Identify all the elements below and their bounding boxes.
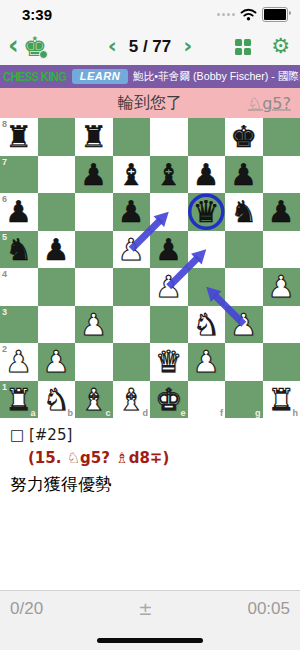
square-f2[interactable]: ♟ bbox=[188, 343, 226, 381]
learn-badge: LEARN bbox=[72, 69, 128, 84]
square-c1[interactable]: c♝ bbox=[75, 381, 113, 419]
puzzle-number: □ [#25] bbox=[10, 426, 290, 444]
piece-white-bishop: ♝ bbox=[113, 381, 151, 419]
square-g7[interactable]: ♟ bbox=[225, 156, 263, 194]
turn-message: 輪到您了 bbox=[118, 93, 182, 114]
square-c2[interactable] bbox=[75, 343, 113, 381]
rank-label-3: 3 bbox=[2, 307, 7, 317]
file-label-d: d bbox=[143, 408, 149, 418]
back-button[interactable]: ‹ bbox=[8, 32, 19, 58]
piece-black-rook: ♜ bbox=[75, 118, 113, 156]
course-title: 鮑比•菲舍爾 (Bobby Fischer) - 國際象棋冠軍 bbox=[133, 69, 300, 84]
piece-white-queen: ♛ bbox=[150, 343, 188, 381]
piece-white-pawn: ♟ bbox=[38, 343, 76, 381]
rank-label-6: 6 bbox=[2, 194, 7, 204]
square-g2[interactable] bbox=[225, 343, 263, 381]
piece-white-pawn: ♟ bbox=[263, 268, 301, 306]
page-indicator: 5 / 77 bbox=[129, 37, 172, 57]
square-f3[interactable]: ♞ bbox=[188, 306, 226, 344]
piece-white-knight: ♞ bbox=[188, 306, 226, 344]
square-a7[interactable]: 7 bbox=[0, 156, 38, 194]
square-b8[interactable] bbox=[38, 118, 76, 156]
rank-label-8: 8 bbox=[2, 119, 7, 129]
square-b6[interactable] bbox=[38, 193, 76, 231]
piece-white-pawn: ♟ bbox=[225, 306, 263, 344]
piece-black-knight: ♞ bbox=[225, 193, 263, 231]
square-b3[interactable] bbox=[38, 306, 76, 344]
chess-board[interactable]: 8♜♜♚7♟♝♝♟♟6♟♟♛♞♟5♞♟♟♟4♟♟3♟♞♟2♟♟♛♟1a♜b♞c♝… bbox=[0, 118, 300, 418]
piece-black-knight: ♞ bbox=[0, 231, 38, 269]
bottom-bar: 0/20 ± 00:05 bbox=[0, 590, 300, 650]
square-c4[interactable] bbox=[75, 268, 113, 306]
square-e4[interactable]: ♟ bbox=[150, 268, 188, 306]
square-g4[interactable] bbox=[225, 268, 263, 306]
evaluation-symbol: ± bbox=[138, 599, 152, 619]
lesson-notes: □ [#25] (15. ♘g5? ♗d8∓) 努力獲得優勢 bbox=[0, 418, 300, 496]
square-b7[interactable] bbox=[38, 156, 76, 194]
status-bar: 3:39 bbox=[0, 0, 300, 28]
square-c6[interactable] bbox=[75, 193, 113, 231]
square-e3[interactable] bbox=[150, 306, 188, 344]
file-label-c: c bbox=[105, 408, 110, 418]
square-h7[interactable] bbox=[263, 156, 301, 194]
square-h2[interactable] bbox=[263, 343, 301, 381]
piece-black-pawn: ♟ bbox=[0, 193, 38, 231]
square-h1[interactable]: h♜ bbox=[263, 381, 301, 419]
square-b4[interactable] bbox=[38, 268, 76, 306]
square-h5[interactable] bbox=[263, 231, 301, 269]
piece-white-knight: ♞ bbox=[38, 381, 76, 419]
square-a8[interactable]: 8♜ bbox=[0, 118, 38, 156]
square-a1[interactable]: 1a♜ bbox=[0, 381, 38, 419]
piece-white-pawn: ♟ bbox=[0, 343, 38, 381]
prev-page-button[interactable]: ‹ bbox=[108, 35, 117, 57]
turn-bar: 輪到您了 ♘g5? bbox=[0, 88, 300, 118]
piece-white-rook: ♜ bbox=[263, 381, 301, 419]
hint-move-link[interactable]: ♘g5? bbox=[248, 94, 291, 113]
file-label-h: h bbox=[293, 408, 299, 418]
square-e2[interactable]: ♛ bbox=[150, 343, 188, 381]
score-counter: 0/20 bbox=[10, 599, 43, 619]
rank-label-1: 1 bbox=[2, 382, 7, 392]
game-move-line: (15. ♘g5? ♗d8∓) bbox=[28, 449, 290, 467]
square-d4[interactable] bbox=[113, 268, 151, 306]
square-f1[interactable]: f bbox=[188, 381, 226, 419]
course-banner: CHESS KING LEARN 鮑比•菲舍爾 (Bobby Fischer) … bbox=[0, 65, 300, 88]
square-h4[interactable]: ♟ bbox=[263, 268, 301, 306]
piece-white-rook: ♜ bbox=[0, 381, 38, 419]
square-b5[interactable]: ♟ bbox=[38, 231, 76, 269]
chess-king-logo-icon[interactable]: ♚ bbox=[23, 33, 47, 60]
square-a2[interactable]: 2♟ bbox=[0, 343, 38, 381]
task-text: 努力獲得優勢 bbox=[10, 473, 290, 496]
square-g8[interactable]: ♚ bbox=[225, 118, 263, 156]
gear-icon[interactable]: ⚙ bbox=[271, 36, 290, 57]
rank-label-5: 5 bbox=[2, 232, 7, 242]
piece-black-rook: ♜ bbox=[0, 118, 38, 156]
square-e7[interactable]: ♝ bbox=[150, 156, 188, 194]
next-page-button[interactable]: › bbox=[183, 35, 192, 57]
grid-view-button[interactable] bbox=[235, 39, 251, 55]
square-a3[interactable]: 3 bbox=[0, 306, 38, 344]
square-d5[interactable]: ♟ bbox=[113, 231, 151, 269]
piece-white-king: ♚ bbox=[150, 381, 188, 419]
piece-black-pawn: ♟ bbox=[188, 156, 226, 194]
piece-black-bishop: ♝ bbox=[113, 156, 151, 194]
board-area: 8♜♜♚7♟♝♝♟♟6♟♟♛♞♟5♞♟♟♟4♟♟3♟♞♟2♟♟♛♟1a♜b♞c♝… bbox=[0, 118, 300, 418]
clock: 3:39 bbox=[22, 6, 52, 23]
piece-black-bishop: ♝ bbox=[150, 156, 188, 194]
file-label-b: b bbox=[68, 408, 74, 418]
square-g1[interactable]: g bbox=[225, 381, 263, 419]
square-f4[interactable] bbox=[188, 268, 226, 306]
page-navigator: ‹ 5 / 77 › bbox=[108, 37, 193, 57]
piece-white-bishop: ♝ bbox=[75, 381, 113, 419]
square-g6[interactable]: ♞ bbox=[225, 193, 263, 231]
rank-label-2: 2 bbox=[2, 344, 7, 354]
square-c5[interactable] bbox=[75, 231, 113, 269]
square-g3[interactable]: ♟ bbox=[225, 306, 263, 344]
file-label-f: f bbox=[220, 408, 223, 418]
square-h8[interactable] bbox=[263, 118, 301, 156]
square-e6[interactable] bbox=[150, 193, 188, 231]
cellular-signal-icon bbox=[217, 13, 235, 16]
rank-label-7: 7 bbox=[2, 157, 7, 167]
square-h6[interactable]: ♟ bbox=[263, 193, 301, 231]
rank-label-4: 4 bbox=[2, 269, 7, 279]
piece-black-queen: ♛ bbox=[188, 193, 226, 231]
square-f6[interactable]: ♛ bbox=[188, 193, 226, 231]
square-d8[interactable] bbox=[113, 118, 151, 156]
square-e5[interactable]: ♟ bbox=[150, 231, 188, 269]
square-e1[interactable]: e♚ bbox=[150, 381, 188, 419]
file-label-a: a bbox=[30, 408, 35, 418]
square-d6[interactable]: ♟ bbox=[113, 193, 151, 231]
square-a6[interactable]: 6♟ bbox=[0, 193, 38, 231]
square-f7[interactable]: ♟ bbox=[188, 156, 226, 194]
piece-black-pawn: ♟ bbox=[263, 193, 301, 231]
square-a5[interactable]: 5♞ bbox=[0, 231, 38, 269]
square-b1[interactable]: b♞ bbox=[38, 381, 76, 419]
piece-black-pawn: ♟ bbox=[113, 193, 151, 231]
battery-icon bbox=[262, 7, 288, 22]
piece-black-pawn: ♟ bbox=[38, 231, 76, 269]
square-d3[interactable] bbox=[113, 306, 151, 344]
home-indicator[interactable] bbox=[97, 638, 203, 643]
square-c3[interactable]: ♟ bbox=[75, 306, 113, 344]
square-f5[interactable] bbox=[188, 231, 226, 269]
brand-logo-text: CHESS KING bbox=[3, 70, 66, 84]
piece-white-pawn: ♟ bbox=[188, 343, 226, 381]
piece-black-pawn: ♟ bbox=[225, 156, 263, 194]
square-a4[interactable]: 4 bbox=[0, 268, 38, 306]
piece-white-pawn: ♟ bbox=[150, 268, 188, 306]
piece-black-king: ♚ bbox=[225, 118, 263, 156]
square-h3[interactable] bbox=[263, 306, 301, 344]
file-label-g: g bbox=[255, 408, 261, 418]
piece-white-pawn: ♟ bbox=[75, 306, 113, 344]
timer: 00:05 bbox=[247, 599, 290, 619]
square-c7[interactable]: ♟ bbox=[75, 156, 113, 194]
square-d2[interactable] bbox=[113, 343, 151, 381]
piece-white-pawn: ♟ bbox=[113, 231, 151, 269]
square-c8[interactable]: ♜ bbox=[75, 118, 113, 156]
nav-bar: ‹ ♚ ‹ 5 / 77 › ⚙ bbox=[0, 28, 300, 65]
square-d1[interactable]: d♝ bbox=[113, 381, 151, 419]
file-label-e: e bbox=[180, 408, 185, 418]
wifi-icon bbox=[240, 8, 257, 21]
square-f8[interactable] bbox=[188, 118, 226, 156]
piece-black-pawn: ♟ bbox=[75, 156, 113, 194]
square-g5[interactable] bbox=[225, 231, 263, 269]
square-e8[interactable] bbox=[150, 118, 188, 156]
square-b2[interactable]: ♟ bbox=[38, 343, 76, 381]
square-d7[interactable]: ♝ bbox=[113, 156, 151, 194]
status-icons bbox=[217, 7, 288, 22]
piece-black-pawn: ♟ bbox=[150, 231, 188, 269]
